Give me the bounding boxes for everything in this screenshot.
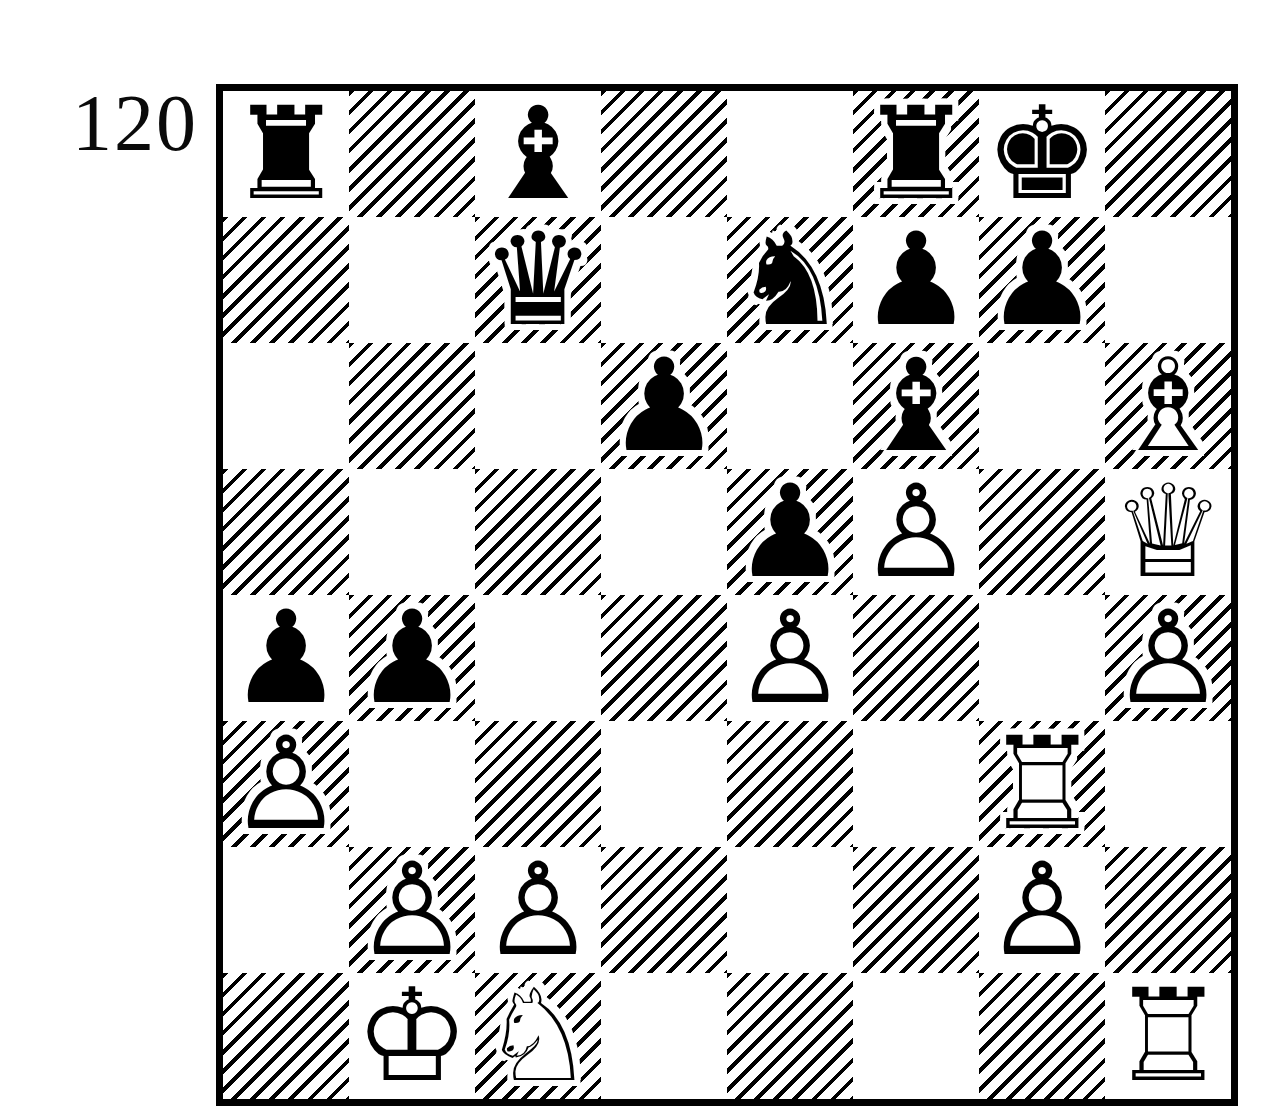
piece-halo: ♜ xyxy=(1105,973,1231,1099)
square-e2 xyxy=(727,847,853,973)
square-a4: ♟♟ xyxy=(223,595,349,721)
piece-halo: ♟ xyxy=(979,217,1105,343)
piece-wP-g2: ♙ xyxy=(979,847,1105,973)
piece-bP-a4: ♟ xyxy=(223,595,349,721)
diagram-number: 120 xyxy=(72,78,198,169)
piece-halo: ♝ xyxy=(475,91,601,217)
square-h2 xyxy=(1105,847,1231,973)
square-h5: ♛♕ xyxy=(1105,469,1231,595)
square-b5 xyxy=(349,469,475,595)
piece-halo: ♟ xyxy=(601,343,727,469)
square-b7 xyxy=(349,217,475,343)
square-c1: ♞♘ xyxy=(475,973,601,1099)
square-c6 xyxy=(475,343,601,469)
square-h4: ♟♙ xyxy=(1105,595,1231,721)
square-h6: ♝♗ xyxy=(1105,343,1231,469)
square-h7 xyxy=(1105,217,1231,343)
piece-wQ-h5: ♕ xyxy=(1105,469,1231,595)
piece-halo: ♟ xyxy=(223,721,349,847)
piece-wR-g3: ♖ xyxy=(979,721,1105,847)
square-a6 xyxy=(223,343,349,469)
piece-halo: ♞ xyxy=(727,217,853,343)
square-a1 xyxy=(223,973,349,1099)
piece-halo: ♝ xyxy=(853,343,979,469)
piece-wP-e4: ♙ xyxy=(727,595,853,721)
square-c3 xyxy=(475,721,601,847)
square-c5 xyxy=(475,469,601,595)
piece-bQ-c7: ♛ xyxy=(475,217,601,343)
piece-wN-c1: ♘ xyxy=(475,973,601,1099)
piece-halo: ♜ xyxy=(853,91,979,217)
square-g6 xyxy=(979,343,1105,469)
square-f5: ♟♙ xyxy=(853,469,979,595)
piece-halo: ♟ xyxy=(475,847,601,973)
piece-halo: ♛ xyxy=(1105,469,1231,595)
page: 120 ♜♜♝♝♜♜♚♚♛♛♞♞♟♟♟♟♟♟♝♝♝♗♟♟♟♙♛♕♟♟♟♟♟♙♟♙… xyxy=(0,0,1272,1120)
square-b8 xyxy=(349,91,475,217)
square-a2 xyxy=(223,847,349,973)
piece-halo: ♝ xyxy=(1105,343,1231,469)
piece-wB-h6: ♗ xyxy=(1105,343,1231,469)
piece-wP-f5: ♙ xyxy=(853,469,979,595)
piece-bB-f6: ♝ xyxy=(853,343,979,469)
square-h3 xyxy=(1105,721,1231,847)
piece-bB-c8: ♝ xyxy=(475,91,601,217)
square-c7: ♛♛ xyxy=(475,217,601,343)
square-d3 xyxy=(601,721,727,847)
square-d5 xyxy=(601,469,727,595)
square-g4 xyxy=(979,595,1105,721)
piece-bR-a8: ♜ xyxy=(223,91,349,217)
piece-wP-h4: ♙ xyxy=(1105,595,1231,721)
piece-halo: ♟ xyxy=(727,469,853,595)
piece-bP-f7: ♟ xyxy=(853,217,979,343)
square-c8: ♝♝ xyxy=(475,91,601,217)
square-e8 xyxy=(727,91,853,217)
square-f7: ♟♟ xyxy=(853,217,979,343)
square-a3: ♟♙ xyxy=(223,721,349,847)
square-b4: ♟♟ xyxy=(349,595,475,721)
piece-bK-g8: ♚ xyxy=(979,91,1105,217)
piece-halo: ♟ xyxy=(349,847,475,973)
chess-board: ♜♜♝♝♜♜♚♚♛♛♞♞♟♟♟♟♟♟♝♝♝♗♟♟♟♙♛♕♟♟♟♟♟♙♟♙♟♙♜♖… xyxy=(216,84,1238,1106)
piece-wP-b2: ♙ xyxy=(349,847,475,973)
square-g3: ♜♖ xyxy=(979,721,1105,847)
square-d7 xyxy=(601,217,727,343)
square-f2 xyxy=(853,847,979,973)
piece-wP-c2: ♙ xyxy=(475,847,601,973)
square-g1 xyxy=(979,973,1105,1099)
piece-halo: ♟ xyxy=(853,469,979,595)
square-h1: ♜♖ xyxy=(1105,973,1231,1099)
square-c4 xyxy=(475,595,601,721)
piece-halo: ♟ xyxy=(349,595,475,721)
square-d1 xyxy=(601,973,727,1099)
piece-bP-e5: ♟ xyxy=(727,469,853,595)
square-c2: ♟♙ xyxy=(475,847,601,973)
piece-wR-h1: ♖ xyxy=(1105,973,1231,1099)
square-d6: ♟♟ xyxy=(601,343,727,469)
piece-bP-g7: ♟ xyxy=(979,217,1105,343)
piece-halo: ♛ xyxy=(475,217,601,343)
piece-halo: ♟ xyxy=(979,847,1105,973)
square-a5 xyxy=(223,469,349,595)
piece-wP-a3: ♙ xyxy=(223,721,349,847)
square-g5 xyxy=(979,469,1105,595)
piece-bR-f8: ♜ xyxy=(853,91,979,217)
square-d8 xyxy=(601,91,727,217)
square-a8: ♜♜ xyxy=(223,91,349,217)
square-e6 xyxy=(727,343,853,469)
piece-bP-b4: ♟ xyxy=(349,595,475,721)
square-f3 xyxy=(853,721,979,847)
square-b6 xyxy=(349,343,475,469)
square-g2: ♟♙ xyxy=(979,847,1105,973)
square-f1 xyxy=(853,973,979,1099)
square-e1 xyxy=(727,973,853,1099)
piece-bN-e7: ♞ xyxy=(727,217,853,343)
square-d4 xyxy=(601,595,727,721)
square-f4 xyxy=(853,595,979,721)
piece-halo: ♜ xyxy=(223,91,349,217)
square-e5: ♟♟ xyxy=(727,469,853,595)
piece-halo: ♟ xyxy=(1105,595,1231,721)
square-g7: ♟♟ xyxy=(979,217,1105,343)
square-g8: ♚♚ xyxy=(979,91,1105,217)
piece-halo: ♟ xyxy=(223,595,349,721)
piece-halo: ♞ xyxy=(475,973,601,1099)
piece-halo: ♟ xyxy=(727,595,853,721)
square-e7: ♞♞ xyxy=(727,217,853,343)
square-d2 xyxy=(601,847,727,973)
square-b3 xyxy=(349,721,475,847)
piece-halo: ♚ xyxy=(979,91,1105,217)
square-h8 xyxy=(1105,91,1231,217)
square-b1: ♚♔ xyxy=(349,973,475,1099)
piece-halo: ♟ xyxy=(853,217,979,343)
piece-bP-d6: ♟ xyxy=(601,343,727,469)
square-f8: ♜♜ xyxy=(853,91,979,217)
square-b2: ♟♙ xyxy=(349,847,475,973)
square-e3 xyxy=(727,721,853,847)
square-a7 xyxy=(223,217,349,343)
square-f6: ♝♝ xyxy=(853,343,979,469)
piece-halo: ♜ xyxy=(979,721,1105,847)
piece-halo: ♚ xyxy=(349,973,475,1099)
square-e4: ♟♙ xyxy=(727,595,853,721)
piece-wK-b1: ♔ xyxy=(349,973,475,1099)
